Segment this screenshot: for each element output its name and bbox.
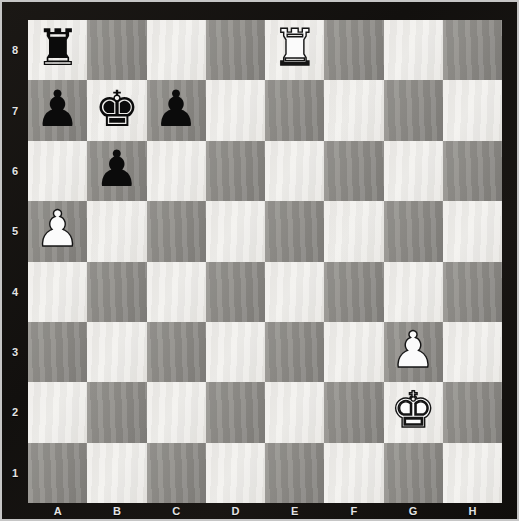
square-c2[interactable] bbox=[147, 382, 206, 442]
square-d8[interactable] bbox=[206, 20, 265, 80]
square-h3[interactable] bbox=[443, 322, 502, 382]
square-h1[interactable] bbox=[443, 443, 502, 503]
black-pawn-b6: ♟ bbox=[94, 144, 139, 194]
white-king-g2: ♚ bbox=[391, 385, 436, 435]
square-d6[interactable] bbox=[206, 141, 265, 201]
square-h5[interactable] bbox=[443, 201, 502, 261]
square-a7[interactable]: ♟ bbox=[28, 80, 87, 140]
square-a3[interactable] bbox=[28, 322, 87, 382]
file-label-d: D bbox=[206, 503, 265, 519]
square-d1[interactable] bbox=[206, 443, 265, 503]
square-d5[interactable] bbox=[206, 201, 265, 261]
square-a1[interactable] bbox=[28, 443, 87, 503]
square-a6[interactable] bbox=[28, 141, 87, 201]
square-e7[interactable] bbox=[265, 80, 324, 140]
square-f1[interactable] bbox=[324, 443, 383, 503]
white-pawn-a5: ♟ bbox=[35, 204, 80, 254]
rank-label-8: 8 bbox=[2, 20, 28, 80]
square-f7[interactable] bbox=[324, 80, 383, 140]
square-d3[interactable] bbox=[206, 322, 265, 382]
square-e3[interactable] bbox=[265, 322, 324, 382]
black-pawn-c7: ♟ bbox=[154, 84, 199, 134]
square-h6[interactable] bbox=[443, 141, 502, 201]
square-e4[interactable] bbox=[265, 262, 324, 322]
file-label-b: B bbox=[87, 503, 146, 519]
square-e6[interactable] bbox=[265, 141, 324, 201]
chess-board: ♜♜♟♚♟♟♟♟♚ bbox=[28, 20, 502, 503]
square-b2[interactable] bbox=[87, 382, 146, 442]
square-g3[interactable]: ♟ bbox=[384, 322, 443, 382]
white-pawn-g3: ♟ bbox=[391, 325, 436, 375]
black-rook-a8: ♜ bbox=[35, 23, 80, 73]
square-a2[interactable] bbox=[28, 382, 87, 442]
square-f2[interactable] bbox=[324, 382, 383, 442]
square-c6[interactable] bbox=[147, 141, 206, 201]
file-label-a: A bbox=[28, 503, 87, 519]
square-e5[interactable] bbox=[265, 201, 324, 261]
square-b1[interactable] bbox=[87, 443, 146, 503]
square-g8[interactable] bbox=[384, 20, 443, 80]
file-label-f: F bbox=[324, 503, 383, 519]
square-c8[interactable] bbox=[147, 20, 206, 80]
square-d4[interactable] bbox=[206, 262, 265, 322]
square-g4[interactable] bbox=[384, 262, 443, 322]
square-c7[interactable]: ♟ bbox=[147, 80, 206, 140]
square-f5[interactable] bbox=[324, 201, 383, 261]
square-a8[interactable]: ♜ bbox=[28, 20, 87, 80]
rank-label-2: 2 bbox=[2, 382, 28, 442]
rank-label-3: 3 bbox=[2, 322, 28, 382]
black-king-b7: ♚ bbox=[94, 84, 139, 134]
square-c3[interactable] bbox=[147, 322, 206, 382]
rank-label-4: 4 bbox=[2, 262, 28, 322]
square-f8[interactable] bbox=[324, 20, 383, 80]
square-b6[interactable]: ♟ bbox=[87, 141, 146, 201]
file-label-h: H bbox=[443, 503, 502, 519]
rank-label-6: 6 bbox=[2, 141, 28, 201]
square-d2[interactable] bbox=[206, 382, 265, 442]
square-b4[interactable] bbox=[87, 262, 146, 322]
file-label-c: C bbox=[147, 503, 206, 519]
white-rook-e8: ♜ bbox=[272, 23, 317, 73]
square-b8[interactable] bbox=[87, 20, 146, 80]
square-h8[interactable] bbox=[443, 20, 502, 80]
file-label-g: G bbox=[384, 503, 443, 519]
square-b7[interactable]: ♚ bbox=[87, 80, 146, 140]
square-g1[interactable] bbox=[384, 443, 443, 503]
square-g5[interactable] bbox=[384, 201, 443, 261]
square-f3[interactable] bbox=[324, 322, 383, 382]
square-g7[interactable] bbox=[384, 80, 443, 140]
square-b5[interactable] bbox=[87, 201, 146, 261]
square-e8[interactable]: ♜ bbox=[265, 20, 324, 80]
square-g6[interactable] bbox=[384, 141, 443, 201]
rank-label-5: 5 bbox=[2, 201, 28, 261]
file-label-e: E bbox=[265, 503, 324, 519]
square-c4[interactable] bbox=[147, 262, 206, 322]
square-h7[interactable] bbox=[443, 80, 502, 140]
chess-diagram: ♜♜♟♚♟♟♟♟♚ 87654321ABCDEFGH bbox=[0, 0, 519, 521]
black-pawn-a7: ♟ bbox=[35, 84, 80, 134]
square-h4[interactable] bbox=[443, 262, 502, 322]
square-f6[interactable] bbox=[324, 141, 383, 201]
square-h2[interactable] bbox=[443, 382, 502, 442]
square-a4[interactable] bbox=[28, 262, 87, 322]
square-a5[interactable]: ♟ bbox=[28, 201, 87, 261]
square-e2[interactable] bbox=[265, 382, 324, 442]
square-b3[interactable] bbox=[87, 322, 146, 382]
square-f4[interactable] bbox=[324, 262, 383, 322]
square-g2[interactable]: ♚ bbox=[384, 382, 443, 442]
square-c5[interactable] bbox=[147, 201, 206, 261]
rank-label-7: 7 bbox=[2, 80, 28, 140]
rank-label-1: 1 bbox=[2, 443, 28, 503]
square-c1[interactable] bbox=[147, 443, 206, 503]
square-d7[interactable] bbox=[206, 80, 265, 140]
square-e1[interactable] bbox=[265, 443, 324, 503]
